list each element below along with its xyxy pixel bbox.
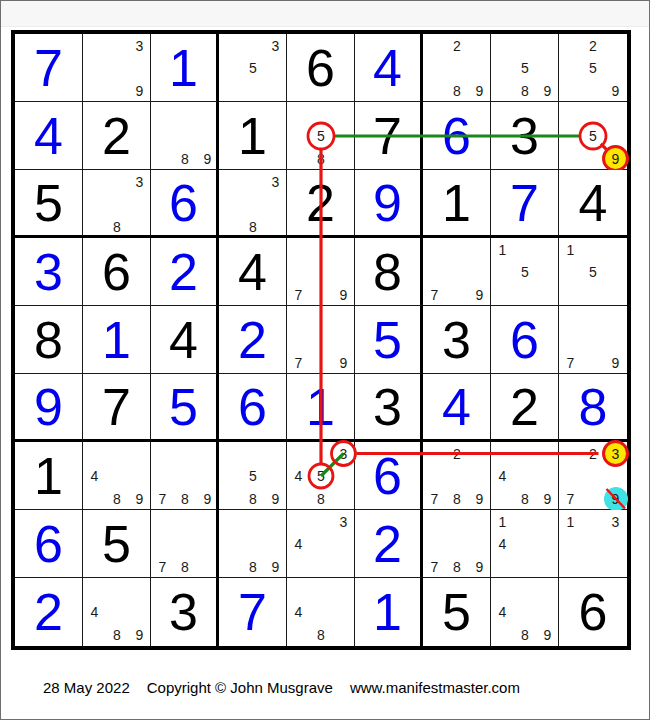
cell-r1c5[interactable]: 6 <box>287 34 355 102</box>
candidate-3: 3 <box>128 170 151 193</box>
candidate-9: 9 <box>332 351 355 374</box>
digit: 6 <box>219 374 286 439</box>
candidate-9: 9 <box>468 555 491 578</box>
digit: 7 <box>15 34 82 101</box>
cell-r9c3[interactable]: 3 <box>151 578 219 646</box>
cell-r8c1[interactable]: 6 <box>15 510 83 578</box>
cell-r8c8[interactable]: 14 <box>491 510 559 578</box>
candidate-5: 5 <box>514 261 537 284</box>
digit: 7 <box>219 578 286 646</box>
cell-r8c2[interactable]: 5 <box>83 510 151 578</box>
candidate-9: 9 <box>468 487 491 510</box>
digit: 6 <box>287 34 354 101</box>
cell-r9c4[interactable]: 7 <box>219 578 287 646</box>
candidate-8: 8 <box>106 215 129 238</box>
candidate-4: 4 <box>83 465 106 488</box>
cell-r7c2[interactable]: 489 <box>83 442 151 510</box>
candidate-5: 5 <box>242 465 265 488</box>
cell-r9c8[interactable]: 489 <box>491 578 559 646</box>
digit: 1 <box>15 442 82 509</box>
cell-r1c8[interactable]: 589 <box>491 34 559 102</box>
cell-r8c7[interactable]: 789 <box>423 510 491 578</box>
candidate-7: 7 <box>423 555 446 578</box>
candidate-8: 8 <box>242 215 265 238</box>
digit: 7 <box>83 374 150 439</box>
cell-r6c7[interactable]: 4 <box>423 374 491 442</box>
candidate-9: 9 <box>536 79 559 102</box>
sudoku-page: { "game": "sudoku", "position": "7.1.64.… <box>0 0 650 720</box>
candidate-8: 8 <box>106 487 129 510</box>
candidate-5: 5 <box>582 57 605 80</box>
cell-r3c1[interactable]: 5 <box>15 170 83 238</box>
candidate-3: 3 <box>332 510 355 533</box>
candidate-8: 8 <box>514 623 537 646</box>
cell-r3c3[interactable]: 6 <box>151 170 219 238</box>
cell-r2c7[interactable]: 6 <box>423 102 491 170</box>
cell-r9c5[interactable]: 48 <box>287 578 355 646</box>
candidate-8: 8 <box>106 623 129 646</box>
cell-r4c1[interactable]: 3 <box>15 238 83 306</box>
candidate-7: 7 <box>423 283 446 306</box>
candidate-8: 8 <box>242 487 265 510</box>
candidate-8: 8 <box>310 147 333 170</box>
candidate-9: 9 <box>332 283 355 306</box>
cell-r5c5[interactable]: 79 <box>287 306 355 374</box>
footer-date: 28 May 2022 <box>43 679 130 696</box>
digit: 7 <box>491 170 558 235</box>
cell-r4c7[interactable]: 79 <box>423 238 491 306</box>
cell-r2c1[interactable]: 4 <box>15 102 83 170</box>
candidate-8: 8 <box>242 555 265 578</box>
digit: 5 <box>355 306 420 373</box>
cell-r7c4[interactable]: 589 <box>219 442 287 510</box>
candidate-2: 2 <box>582 34 605 57</box>
sudoku-board: 7391356428958925942891587635953863829174… <box>11 30 631 650</box>
cell-r5c9[interactable]: 79 <box>559 306 627 374</box>
digit: 4 <box>15 102 82 169</box>
cell-r5c8[interactable]: 6 <box>491 306 559 374</box>
cell-r9c9[interactable]: 6 <box>559 578 627 646</box>
cell-r1c6[interactable]: 4 <box>355 34 423 102</box>
digit: 6 <box>15 510 82 577</box>
cell-r7c3[interactable]: 789 <box>151 442 219 510</box>
digit: 4 <box>355 34 420 101</box>
cell-r4c6[interactable]: 8 <box>355 238 423 306</box>
cell-r2c4[interactable]: 1 <box>219 102 287 170</box>
digit: 8 <box>559 374 627 439</box>
digit: 6 <box>491 306 558 373</box>
candidate-4: 4 <box>491 465 514 488</box>
candidate-3: 3 <box>264 34 287 57</box>
candidate-9: 9 <box>264 555 287 578</box>
cell-r6c2[interactable]: 7 <box>83 374 151 442</box>
candidate-7: 7 <box>287 351 310 374</box>
cell-r8c5[interactable]: 34 <box>287 510 355 578</box>
digit: 2 <box>83 102 150 169</box>
digit: 1 <box>219 102 286 169</box>
candidate-9: 9 <box>604 351 627 374</box>
candidate-3: 3 <box>128 34 151 57</box>
candidate-9: 9 <box>468 283 491 306</box>
cell-r8c3[interactable]: 78 <box>151 510 219 578</box>
candidate-5: 5 <box>514 57 537 80</box>
cell-r7c5[interactable]: 3458 <box>287 442 355 510</box>
digit: 1 <box>423 170 490 235</box>
cell-r5c4[interactable]: 2 <box>219 306 287 374</box>
candidate-5: 5 <box>242 57 265 80</box>
cell-r4c9[interactable]: 15 <box>559 238 627 306</box>
candidate-9: 9 <box>128 623 151 646</box>
candidate-3: 3 <box>332 442 355 465</box>
candidate-9: 9 <box>128 487 151 510</box>
candidate-3: 3 <box>264 170 287 193</box>
cell-r8c6[interactable]: 2 <box>355 510 423 578</box>
cell-r7c8[interactable]: 489 <box>491 442 559 510</box>
candidate-8: 8 <box>514 79 537 102</box>
candidate-9: 9 <box>536 487 559 510</box>
digit: 6 <box>355 442 420 509</box>
digit: 6 <box>83 238 150 305</box>
digit: 3 <box>491 102 558 169</box>
digit: 3 <box>355 374 420 439</box>
digit: 9 <box>355 170 420 235</box>
cell-r4c4[interactable]: 4 <box>219 238 287 306</box>
candidate-1: 1 <box>559 510 582 533</box>
candidate-1: 1 <box>559 238 582 261</box>
cell-r4c3[interactable]: 2 <box>151 238 219 306</box>
cell-r1c7[interactable]: 289 <box>423 34 491 102</box>
candidate-5: 5 <box>582 261 605 284</box>
cell-r9c1[interactable]: 2 <box>15 578 83 646</box>
cell-r5c6[interactable]: 5 <box>355 306 423 374</box>
cell-r3c5[interactable]: 2 <box>287 170 355 238</box>
candidate-8: 8 <box>446 79 469 102</box>
candidate-1: 1 <box>491 510 514 533</box>
cell-r3c2[interactable]: 38 <box>83 170 151 238</box>
candidate-8: 8 <box>174 487 197 510</box>
candidate-9: 9 <box>264 487 287 510</box>
cell-r7c6[interactable]: 6 <box>355 442 423 510</box>
candidate-2: 2 <box>446 34 469 57</box>
digit: 4 <box>151 306 216 373</box>
candidate-8: 8 <box>174 147 197 170</box>
digit: 2 <box>355 510 420 577</box>
digit: 2 <box>151 238 216 305</box>
candidate-7: 7 <box>423 487 446 510</box>
candidate-2: 2 <box>582 442 605 465</box>
digit: 9 <box>15 374 82 439</box>
cell-r1c9[interactable]: 259 <box>559 34 627 102</box>
candidate-5: 5 <box>310 125 333 148</box>
cell-r8c9[interactable]: 13 <box>559 510 627 578</box>
footer-site: www.manifestmaster.com <box>350 679 520 696</box>
cell-r6c6[interactable]: 3 <box>355 374 423 442</box>
candidate-7: 7 <box>287 283 310 306</box>
cell-r4c8[interactable]: 15 <box>491 238 559 306</box>
digit: 1 <box>83 306 150 373</box>
digit: 8 <box>15 306 82 373</box>
digit: 8 <box>355 238 420 305</box>
cell-r5c3[interactable]: 4 <box>151 306 219 374</box>
digit: 6 <box>559 578 627 646</box>
cell-r6c8[interactable]: 2 <box>491 374 559 442</box>
digit: 6 <box>151 170 216 235</box>
candidate-4: 4 <box>287 601 310 624</box>
candidate-7: 7 <box>559 487 582 510</box>
cell-r9c7[interactable]: 5 <box>423 578 491 646</box>
cell-r8c4[interactable]: 89 <box>219 510 287 578</box>
candidate-9: 9 <box>468 79 491 102</box>
cell-r4c2[interactable]: 6 <box>83 238 151 306</box>
digit: 2 <box>491 374 558 439</box>
cell-r2c9[interactable]: 59 <box>559 102 627 170</box>
cell-r9c6[interactable]: 1 <box>355 578 423 646</box>
cell-r7c9[interactable]: 2379 <box>559 442 627 510</box>
cell-r6c3[interactable]: 5 <box>151 374 219 442</box>
digit: 4 <box>559 170 627 235</box>
digit: 5 <box>83 510 150 577</box>
candidate-7: 7 <box>151 487 174 510</box>
cell-r7c1[interactable]: 1 <box>15 442 83 510</box>
digit: 3 <box>151 578 216 646</box>
candidate-3: 3 <box>604 442 627 465</box>
candidate-7: 7 <box>151 555 174 578</box>
cell-r6c1[interactable]: 9 <box>15 374 83 442</box>
candidate-4: 4 <box>287 465 310 488</box>
candidate-9: 9 <box>604 79 627 102</box>
candidate-3: 3 <box>604 510 627 533</box>
candidate-8: 8 <box>514 487 537 510</box>
candidate-4: 4 <box>83 601 106 624</box>
cell-r1c4[interactable]: 35 <box>219 34 287 102</box>
candidate-4: 4 <box>491 601 514 624</box>
cell-r6c9[interactable]: 8 <box>559 374 627 442</box>
cell-r3c4[interactable]: 38 <box>219 170 287 238</box>
digit: 5 <box>151 374 216 439</box>
cell-r2c2[interactable]: 2 <box>83 102 151 170</box>
digit: 4 <box>423 374 490 439</box>
candidate-4: 4 <box>491 533 514 556</box>
candidate-8: 8 <box>310 623 333 646</box>
cell-r3c9[interactable]: 4 <box>559 170 627 238</box>
cell-r1c3[interactable]: 1 <box>151 34 219 102</box>
candidate-9: 9 <box>604 487 627 510</box>
cell-r5c7[interactable]: 3 <box>423 306 491 374</box>
digit: 7 <box>355 102 420 169</box>
cell-r4c5[interactable]: 79 <box>287 238 355 306</box>
digit: 3 <box>423 306 490 373</box>
digit: 1 <box>287 374 354 439</box>
candidate-9: 9 <box>196 487 219 510</box>
candidate-4: 4 <box>287 533 310 556</box>
digit: 2 <box>219 306 286 373</box>
cell-r9c2[interactable]: 489 <box>83 578 151 646</box>
cell-r3c7[interactable]: 1 <box>423 170 491 238</box>
digit: 2 <box>15 578 82 646</box>
cell-r2c3[interactable]: 89 <box>151 102 219 170</box>
candidate-7: 7 <box>559 351 582 374</box>
candidate-1: 1 <box>491 238 514 261</box>
cell-r3c6[interactable]: 9 <box>355 170 423 238</box>
candidate-9: 9 <box>536 623 559 646</box>
cell-r7c7[interactable]: 2789 <box>423 442 491 510</box>
digit: 1 <box>355 578 420 646</box>
candidate-5: 5 <box>310 465 333 488</box>
cell-r1c2[interactable]: 39 <box>83 34 151 102</box>
cell-r2c8[interactable]: 3 <box>491 102 559 170</box>
digit: 6 <box>423 102 490 169</box>
footer-copyright: Copyright © John Musgrave <box>147 679 333 696</box>
top-banner <box>1 1 649 27</box>
digit: 1 <box>151 34 216 101</box>
digit: 5 <box>15 170 82 235</box>
cell-r5c2[interactable]: 1 <box>83 306 151 374</box>
cell-r5c1[interactable]: 8 <box>15 306 83 374</box>
candidate-8: 8 <box>446 487 469 510</box>
candidate-8: 8 <box>310 487 333 510</box>
cell-r2c6[interactable]: 7 <box>355 102 423 170</box>
cell-r2c5[interactable]: 58 <box>287 102 355 170</box>
candidate-9: 9 <box>196 147 219 170</box>
cell-r1c1[interactable]: 7 <box>15 34 83 102</box>
cell-r3c8[interactable]: 7 <box>491 170 559 238</box>
candidate-8: 8 <box>174 555 197 578</box>
cell-r6c5[interactable]: 1 <box>287 374 355 442</box>
digit: 4 <box>219 238 286 305</box>
candidate-9: 9 <box>128 79 151 102</box>
footer-caption: 28 May 2022Copyright © John Musgravewww.… <box>43 679 537 696</box>
digit: 5 <box>423 578 490 646</box>
digit: 3 <box>15 238 82 305</box>
candidate-8: 8 <box>446 555 469 578</box>
candidate-9: 9 <box>604 147 627 170</box>
candidate-2: 2 <box>446 442 469 465</box>
cell-r6c4[interactable]: 6 <box>219 374 287 442</box>
candidate-5: 5 <box>582 125 605 148</box>
digit: 2 <box>287 170 354 235</box>
